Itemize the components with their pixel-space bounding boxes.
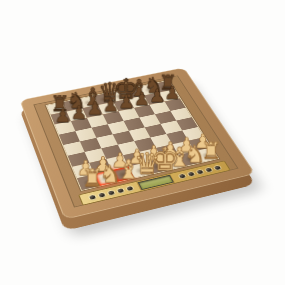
chess-computer-photo: ♜♞♝♛♚♝♞♜♟♟♟♟♟♟♟♟♟♟♟♟♟♟♟♟♜♞♝♛♚♝♞♜ <box>0 0 285 285</box>
square-b5[interactable] <box>75 127 96 141</box>
panel-button-right-5[interactable] <box>213 165 220 169</box>
piece-black-pawn[interactable]: ♟ <box>133 90 149 108</box>
lcd-display <box>137 174 173 189</box>
panel-button-left-5[interactable] <box>125 186 132 191</box>
panel-button-left-1[interactable] <box>88 194 95 199</box>
panel-button-right-1[interactable] <box>178 173 185 178</box>
piece-black-pawn[interactable]: ♟ <box>149 86 165 104</box>
panel-button-left-3[interactable] <box>107 190 114 195</box>
panel-button-left-4[interactable] <box>116 188 123 193</box>
piece-black-pawn[interactable]: ♟ <box>118 93 134 111</box>
panel-button-left-2[interactable] <box>97 192 104 197</box>
piece-black-pawn[interactable]: ♟ <box>70 102 87 121</box>
piece-black-pawn[interactable]: ♟ <box>164 83 180 101</box>
piece-black-pawn[interactable]: ♟ <box>86 99 103 117</box>
piece-black-pawn[interactable]: ♟ <box>102 96 118 114</box>
panel-button-right-3[interactable] <box>196 169 203 173</box>
panel-button-right-4[interactable] <box>204 167 211 171</box>
board-3d: ♜♞♝♛♚♝♞♜♟♟♟♟♟♟♟♟♟♟♟♟♟♟♟♟♜♞♝♛♚♝♞♜ <box>19 67 255 219</box>
square-a4[interactable] <box>63 141 84 155</box>
panel-button-right-2[interactable] <box>187 171 194 176</box>
piece-white-rook[interactable]: ♜ <box>81 166 99 190</box>
piece-black-pawn[interactable]: ♟ <box>54 106 71 125</box>
